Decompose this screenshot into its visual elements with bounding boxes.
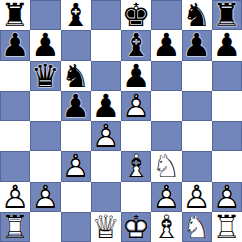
piece-white-pawn[interactable]: ♟♙ xyxy=(30,182,60,212)
square-a1[interactable]: ♜♖ xyxy=(0,212,30,242)
piece-black-pawn[interactable]: ♟ xyxy=(182,30,212,60)
piece-black-pawn[interactable]: ♟ xyxy=(30,30,60,60)
square-h5[interactable] xyxy=(212,91,242,121)
white-piece-outline: ♖ xyxy=(212,212,242,242)
white-piece-outline: ♗ xyxy=(121,151,151,181)
square-e1[interactable]: ♚♔ xyxy=(121,212,151,242)
square-f3[interactable]: ♞♘ xyxy=(151,151,181,181)
black-piece-body: ♝ xyxy=(121,30,151,60)
square-f1[interactable]: ♝♗ xyxy=(151,212,181,242)
black-piece-body: ♟ xyxy=(182,30,212,60)
piece-black-pawn[interactable]: ♟ xyxy=(151,30,181,60)
black-piece-body: ♟ xyxy=(61,91,91,121)
square-g6[interactable] xyxy=(182,61,212,91)
square-h1[interactable]: ♜♖ xyxy=(212,212,242,242)
square-g4[interactable] xyxy=(182,121,212,151)
square-a7[interactable]: ♟ xyxy=(0,30,30,60)
piece-white-rook[interactable]: ♜♖ xyxy=(212,212,242,242)
square-d1[interactable]: ♛♕ xyxy=(91,212,121,242)
black-piece-body: ♟ xyxy=(30,30,60,60)
black-piece-body: ♟ xyxy=(0,30,30,60)
square-c5[interactable]: ♟ xyxy=(61,91,91,121)
black-piece-body: ♟ xyxy=(212,30,242,60)
square-b4[interactable] xyxy=(30,121,60,151)
white-piece-outline: ♙ xyxy=(91,121,121,151)
piece-white-knight[interactable]: ♞♘ xyxy=(182,212,212,242)
piece-white-knight[interactable]: ♞♘ xyxy=(151,151,181,181)
white-piece-outline: ♘ xyxy=(151,151,181,181)
square-f6[interactable] xyxy=(151,61,181,91)
square-h3[interactable] xyxy=(212,151,242,181)
square-d8[interactable] xyxy=(91,0,121,30)
square-c8[interactable]: ♝ xyxy=(61,0,91,30)
piece-white-queen[interactable]: ♛♕ xyxy=(91,212,121,242)
black-piece-body: ♝ xyxy=(61,0,91,30)
piece-black-bishop[interactable]: ♝ xyxy=(121,30,151,60)
square-h7[interactable]: ♟ xyxy=(212,30,242,60)
square-e7[interactable]: ♝ xyxy=(121,30,151,60)
square-g3[interactable] xyxy=(182,151,212,181)
square-c7[interactable] xyxy=(61,30,91,60)
white-piece-outline: ♖ xyxy=(0,212,30,242)
square-e3[interactable]: ♝♗ xyxy=(121,151,151,181)
square-a6[interactable] xyxy=(0,61,30,91)
piece-white-rook[interactable]: ♜♖ xyxy=(0,212,30,242)
white-piece-outline: ♕ xyxy=(91,212,121,242)
square-b7[interactable]: ♟ xyxy=(30,30,60,60)
piece-white-bishop[interactable]: ♝♗ xyxy=(121,151,151,181)
square-a5[interactable] xyxy=(0,91,30,121)
square-d3[interactable] xyxy=(91,151,121,181)
square-f5[interactable] xyxy=(151,91,181,121)
square-h6[interactable] xyxy=(212,61,242,91)
square-c2[interactable] xyxy=(61,182,91,212)
square-g1[interactable]: ♞♘ xyxy=(182,212,212,242)
piece-white-pawn[interactable]: ♟♙ xyxy=(61,151,91,181)
square-b3[interactable] xyxy=(30,151,60,181)
piece-black-queen[interactable]: ♛ xyxy=(30,61,60,91)
square-c1[interactable] xyxy=(61,212,91,242)
white-piece-outline: ♙ xyxy=(30,182,60,212)
piece-white-king[interactable]: ♚♔ xyxy=(121,212,151,242)
white-piece-outline: ♘ xyxy=(182,212,212,242)
square-a3[interactable] xyxy=(0,151,30,181)
square-b5[interactable] xyxy=(30,91,60,121)
square-b2[interactable]: ♟♙ xyxy=(30,182,60,212)
square-b6[interactable]: ♛ xyxy=(30,61,60,91)
white-piece-outline: ♔ xyxy=(121,212,151,242)
square-d4[interactable]: ♟♙ xyxy=(91,121,121,151)
black-piece-body: ♛ xyxy=(30,61,60,91)
square-g5[interactable] xyxy=(182,91,212,121)
piece-black-pawn[interactable]: ♟ xyxy=(0,30,30,60)
square-b1[interactable] xyxy=(30,212,60,242)
piece-white-pawn[interactable]: ♟♙ xyxy=(121,91,151,121)
piece-white-bishop[interactable]: ♝♗ xyxy=(151,212,181,242)
piece-white-pawn[interactable]: ♟♙ xyxy=(91,121,121,151)
white-piece-outline: ♙ xyxy=(121,91,151,121)
piece-black-bishop[interactable]: ♝ xyxy=(61,0,91,30)
white-piece-outline: ♗ xyxy=(151,212,181,242)
white-piece-outline: ♙ xyxy=(61,151,91,181)
chess-board: ♜♝♚♞♜♟♟♝♟♟♟♛♞♟♟♟♟♙♟♙♟♙♝♗♞♘♟♙♟♙♟♙♟♙♟♙♜♖♛♕… xyxy=(0,0,242,242)
square-c3[interactable]: ♟♙ xyxy=(61,151,91,181)
piece-black-pawn[interactable]: ♟ xyxy=(61,91,91,121)
black-piece-body: ♟ xyxy=(151,30,181,60)
square-d7[interactable] xyxy=(91,30,121,60)
piece-black-pawn[interactable]: ♟ xyxy=(212,30,242,60)
square-f7[interactable]: ♟ xyxy=(151,30,181,60)
square-e5[interactable]: ♟♙ xyxy=(121,91,151,121)
square-a4[interactable] xyxy=(0,121,30,151)
square-h4[interactable] xyxy=(212,121,242,151)
square-g7[interactable]: ♟ xyxy=(182,30,212,60)
